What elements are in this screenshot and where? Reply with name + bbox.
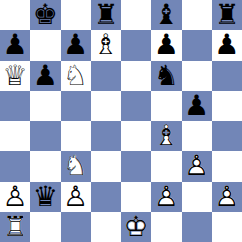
square-g4[interactable] <box>182 121 212 151</box>
piece-black-pawn[interactable]: ♟ <box>184 91 209 121</box>
square-d7[interactable]: ♝♗ <box>91 30 121 60</box>
square-g5[interactable]: ♟ <box>182 91 212 121</box>
white-pawn-icon: ♙ <box>63 182 88 212</box>
square-h6[interactable] <box>212 61 242 91</box>
square-f1[interactable] <box>151 212 181 242</box>
piece-white-king[interactable]: ♚♔ <box>124 212 149 242</box>
square-c1[interactable] <box>61 212 91 242</box>
piece-white-pawn[interactable]: ♟♙ <box>184 151 209 181</box>
square-b5[interactable] <box>30 91 60 121</box>
square-g2[interactable] <box>182 182 212 212</box>
square-e6[interactable] <box>121 61 151 91</box>
piece-white-knight[interactable]: ♞♘ <box>63 151 88 181</box>
square-a3[interactable] <box>0 151 30 181</box>
piece-black-bishop[interactable]: ♝ <box>154 0 179 30</box>
piece-white-knight[interactable]: ♞♘ <box>63 61 88 91</box>
square-c8[interactable] <box>61 0 91 30</box>
square-f4[interactable]: ♝♗ <box>151 121 181 151</box>
piece-black-knight[interactable]: ♞ <box>154 61 179 91</box>
white-bishop-icon: ♗ <box>154 121 179 151</box>
piece-white-pawn[interactable]: ♟♙ <box>214 182 239 212</box>
piece-white-pawn[interactable]: ♟♙ <box>63 182 88 212</box>
square-c2[interactable]: ♟♙ <box>61 182 91 212</box>
square-c5[interactable] <box>61 91 91 121</box>
white-queen-icon: ♕ <box>3 61 28 91</box>
white-knight-icon: ♘ <box>63 61 88 91</box>
piece-black-pawn[interactable]: ♟ <box>214 30 239 60</box>
piece-black-pawn[interactable]: ♟ <box>154 30 179 60</box>
square-d5[interactable] <box>91 91 121 121</box>
square-f7[interactable]: ♟ <box>151 30 181 60</box>
piece-black-pawn[interactable]: ♟ <box>3 30 28 60</box>
square-e7[interactable] <box>121 30 151 60</box>
square-d1[interactable] <box>91 212 121 242</box>
square-g8[interactable] <box>182 0 212 30</box>
piece-white-bishop[interactable]: ♝♗ <box>93 30 118 60</box>
square-g7[interactable] <box>182 30 212 60</box>
piece-white-pawn[interactable]: ♟♙ <box>154 182 179 212</box>
white-pawn-icon: ♙ <box>214 182 239 212</box>
square-b1[interactable] <box>30 212 60 242</box>
square-f2[interactable]: ♟♙ <box>151 182 181 212</box>
square-b8[interactable]: ♚ <box>30 0 60 30</box>
square-a7[interactable]: ♟ <box>0 30 30 60</box>
square-c4[interactable] <box>61 121 91 151</box>
square-g3[interactable]: ♟♙ <box>182 151 212 181</box>
piece-black-rook[interactable]: ♜ <box>93 0 118 30</box>
piece-white-queen[interactable]: ♛♕ <box>3 61 28 91</box>
square-c6[interactable]: ♞♘ <box>61 61 91 91</box>
square-d8[interactable]: ♜ <box>91 0 121 30</box>
white-knight-icon: ♘ <box>63 151 88 181</box>
square-a2[interactable]: ♟♙ <box>0 182 30 212</box>
square-e1[interactable]: ♚♔ <box>121 212 151 242</box>
square-e4[interactable] <box>121 121 151 151</box>
square-b2[interactable]: ♛ <box>30 182 60 212</box>
square-e3[interactable] <box>121 151 151 181</box>
square-h7[interactable]: ♟ <box>212 30 242 60</box>
piece-black-rook[interactable]: ♜ <box>214 0 239 30</box>
square-h2[interactable]: ♟♙ <box>212 182 242 212</box>
square-a6[interactable]: ♛♕ <box>0 61 30 91</box>
square-b4[interactable] <box>30 121 60 151</box>
piece-white-rook[interactable]: ♜♖ <box>3 212 28 242</box>
square-a8[interactable] <box>0 0 30 30</box>
square-e8[interactable] <box>121 0 151 30</box>
white-bishop-icon: ♗ <box>93 30 118 60</box>
square-h3[interactable] <box>212 151 242 181</box>
square-h1[interactable] <box>212 212 242 242</box>
white-rook-icon: ♖ <box>3 212 28 242</box>
square-f3[interactable] <box>151 151 181 181</box>
square-f8[interactable]: ♝ <box>151 0 181 30</box>
square-c3[interactable]: ♞♘ <box>61 151 91 181</box>
square-e2[interactable] <box>121 182 151 212</box>
white-pawn-icon: ♙ <box>154 182 179 212</box>
square-a4[interactable] <box>0 121 30 151</box>
white-king-icon: ♔ <box>124 212 149 242</box>
square-f5[interactable] <box>151 91 181 121</box>
square-c7[interactable]: ♟ <box>61 30 91 60</box>
square-e5[interactable] <box>121 91 151 121</box>
square-b3[interactable] <box>30 151 60 181</box>
white-pawn-icon: ♙ <box>184 151 209 181</box>
square-b6[interactable]: ♟ <box>30 61 60 91</box>
square-d4[interactable] <box>91 121 121 151</box>
piece-white-bishop[interactable]: ♝♗ <box>154 121 179 151</box>
piece-black-king[interactable]: ♚ <box>33 0 58 30</box>
piece-black-queen[interactable]: ♛ <box>33 182 58 212</box>
chess-board: ♚♜♝♜♟♟♝♗♟♟♛♕♟♞♘♞♟♝♗♞♘♟♙♟♙♛♟♙♟♙♟♙♜♖♚♔ <box>0 0 242 242</box>
square-d2[interactable] <box>91 182 121 212</box>
square-g6[interactable] <box>182 61 212 91</box>
white-pawn-icon: ♙ <box>3 182 28 212</box>
piece-black-pawn[interactable]: ♟ <box>33 61 58 91</box>
piece-white-pawn[interactable]: ♟♙ <box>3 182 28 212</box>
square-d3[interactable] <box>91 151 121 181</box>
square-h4[interactable] <box>212 121 242 151</box>
square-h5[interactable] <box>212 91 242 121</box>
square-d6[interactable] <box>91 61 121 91</box>
square-b7[interactable] <box>30 30 60 60</box>
square-a5[interactable] <box>0 91 30 121</box>
square-f6[interactable]: ♞ <box>151 61 181 91</box>
square-g1[interactable] <box>182 212 212 242</box>
square-a1[interactable]: ♜♖ <box>0 212 30 242</box>
piece-black-pawn[interactable]: ♟ <box>63 30 88 60</box>
square-h8[interactable]: ♜ <box>212 0 242 30</box>
